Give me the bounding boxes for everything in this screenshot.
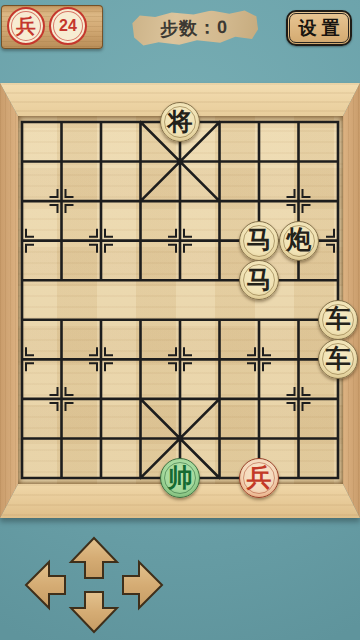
level-piece-char: 兵	[16, 16, 36, 36]
level-number: 24	[59, 18, 77, 34]
direction-pad	[18, 532, 168, 636]
piece-black-cannon[interactable]: 炮	[279, 221, 319, 261]
grid-lines	[22, 122, 338, 478]
piece-black-horse[interactable]: 马	[239, 260, 279, 300]
game-screen: 兵 24 步数：0 设置 将马炮马车车帅兵	[0, 0, 360, 640]
level-number-badge: 24	[49, 7, 87, 45]
piece-char: 兵	[247, 465, 272, 490]
piece-char: 马	[247, 267, 272, 292]
piece-red-soldier[interactable]: 兵	[239, 458, 279, 498]
piece-black-horse[interactable]: 马	[239, 221, 279, 261]
piece-black-general[interactable]: 将	[160, 102, 200, 142]
move-counter-value: 0	[217, 16, 229, 37]
piece-red-general[interactable]: 帅	[160, 458, 200, 498]
piece-char: 车	[326, 346, 351, 371]
level-piece-badge: 兵	[7, 7, 45, 45]
piece-char: 帅	[168, 465, 193, 490]
piece-char: 马	[247, 227, 272, 252]
level-plaque: 兵 24	[1, 5, 103, 49]
settings-button[interactable]: 设置	[286, 10, 352, 46]
move-counter-paper: 步数：0	[129, 9, 258, 47]
settings-button-label: 设置	[294, 16, 345, 40]
piece-char: 炮	[286, 227, 311, 252]
piece-char: 将	[168, 109, 193, 134]
arrow-down-button[interactable]	[71, 592, 117, 632]
arrow-right-button[interactable]	[123, 562, 162, 608]
piece-char: 车	[326, 306, 351, 331]
piece-black-chariot[interactable]: 车	[318, 300, 358, 340]
arrow-left-button[interactable]	[26, 562, 65, 608]
arrow-up-button[interactable]	[71, 538, 117, 578]
move-counter-label: 步数：	[160, 15, 218, 41]
board-grid	[0, 83, 360, 518]
xiangqi-board	[0, 83, 360, 518]
